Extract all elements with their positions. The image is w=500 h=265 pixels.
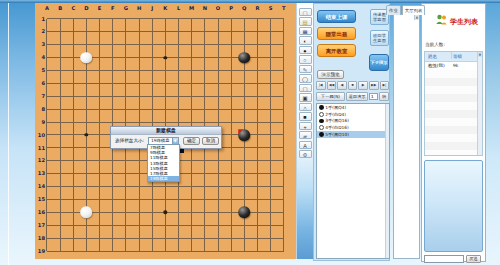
move-list-item[interactable]: 4手(白D16) <box>317 124 389 131</box>
intersection-L6[interactable] <box>172 77 185 90</box>
intersection-K17[interactable] <box>159 219 172 232</box>
intersection-P4[interactable] <box>225 51 238 64</box>
circle-mark-icon[interactable]: ◯ <box>299 74 312 82</box>
intersection-M13[interactable] <box>185 167 198 180</box>
intersection-B18[interactable] <box>54 232 67 245</box>
chevron-down-icon[interactable]: ▼ <box>172 138 179 144</box>
intersection-G4[interactable] <box>119 51 132 64</box>
move-list-item[interactable]: 1手(黑Q4) <box>317 104 389 111</box>
intersection-F16[interactable] <box>106 206 119 219</box>
intersection-Q13[interactable] <box>238 167 251 180</box>
intersection-E5[interactable] <box>93 64 106 77</box>
intersection-T5[interactable] <box>277 64 290 77</box>
intersection-M4[interactable] <box>185 51 198 64</box>
intersection-O15[interactable] <box>211 193 224 206</box>
gear-icon[interactable]: ⚙ <box>299 150 312 158</box>
intersection-R10[interactable] <box>251 129 264 142</box>
intersection-G17[interactable] <box>119 219 132 232</box>
open-folder-icon[interactable]: ▤ <box>299 17 312 25</box>
intersection-R6[interactable] <box>251 77 264 90</box>
intersection-P8[interactable] <box>225 103 238 116</box>
white-stone-icon[interactable]: ○ <box>299 55 312 63</box>
intersection-O13[interactable] <box>211 167 224 180</box>
intersection-L15[interactable] <box>172 193 185 206</box>
intersection-B16[interactable] <box>54 206 67 219</box>
intersection-H1[interactable] <box>132 13 145 26</box>
intersection-R16[interactable] <box>251 206 264 219</box>
intersection-E4[interactable] <box>93 51 106 64</box>
intersection-A6[interactable] <box>40 77 53 90</box>
intersection-O18[interactable] <box>211 232 224 245</box>
intersection-P10[interactable] <box>225 129 238 142</box>
intersection-Q14[interactable] <box>238 180 251 193</box>
intersection-E10[interactable] <box>93 129 106 142</box>
board-size-option[interactable]: 19路棋盘 <box>148 176 179 181</box>
intersection-F18[interactable] <box>106 232 119 245</box>
intersection-R5[interactable] <box>251 64 264 77</box>
intersection-O14[interactable] <box>211 180 224 193</box>
intersection-D7[interactable] <box>80 90 93 103</box>
intersection-J18[interactable] <box>146 232 159 245</box>
intersection-K5[interactable] <box>159 64 172 77</box>
intersection-N5[interactable] <box>198 64 211 77</box>
intersection-L8[interactable] <box>172 103 185 116</box>
black-stone-Q16[interactable] <box>239 207 251 219</box>
intersection-R1[interactable] <box>251 13 264 26</box>
intersection-K2[interactable] <box>159 25 172 38</box>
intersection-J4[interactable] <box>146 51 159 64</box>
intersection-M12[interactable] <box>185 154 198 167</box>
intersection-S9[interactable] <box>264 116 277 129</box>
intersection-C11[interactable] <box>67 141 80 154</box>
intersection-N15[interactable] <box>198 193 211 206</box>
intersection-M19[interactable] <box>185 245 198 258</box>
intersection-C12[interactable] <box>67 154 80 167</box>
intersection-P16[interactable] <box>225 206 238 219</box>
intersection-A11[interactable] <box>40 141 53 154</box>
intersection-E14[interactable] <box>93 180 106 193</box>
scroll-up-icon[interactable]: ▲ <box>414 15 419 20</box>
intersection-E6[interactable] <box>93 77 106 90</box>
intersection-P12[interactable] <box>225 154 238 167</box>
intersection-S13[interactable] <box>264 167 277 180</box>
intersection-A14[interactable] <box>40 180 53 193</box>
intersection-A19[interactable] <box>40 245 53 258</box>
move-list-item[interactable]: 3手(黑Q16) <box>317 118 389 125</box>
intersection-O2[interactable] <box>211 25 224 38</box>
intersection-T1[interactable] <box>277 13 290 26</box>
intersection-G2[interactable] <box>119 25 132 38</box>
intersection-F19[interactable] <box>106 245 119 258</box>
intersection-D1[interactable] <box>80 13 93 26</box>
intersection-B17[interactable] <box>54 219 67 232</box>
intersection-B4[interactable] <box>54 51 67 64</box>
next-problem-button[interactable]: 下一题(N) <box>316 92 345 101</box>
intersection-B8[interactable] <box>54 103 67 116</box>
dashed-square-icon[interactable]: ▢ <box>299 84 312 92</box>
intersection-Q5[interactable] <box>238 64 251 77</box>
intersection-H4[interactable] <box>132 51 145 64</box>
intersection-D16[interactable] <box>80 206 93 219</box>
intersection-H12[interactable] <box>132 154 145 167</box>
intersection-T4[interactable] <box>277 51 290 64</box>
intersection-L4[interactable] <box>172 51 185 64</box>
intersection-F14[interactable] <box>106 180 119 193</box>
intersection-S5[interactable] <box>264 64 277 77</box>
intersection-E3[interactable] <box>93 38 106 51</box>
intersection-T6[interactable] <box>277 77 290 90</box>
intersection-S14[interactable] <box>264 180 277 193</box>
intersection-A3[interactable] <box>40 38 53 51</box>
intersection-F6[interactable] <box>106 77 119 90</box>
stop-button[interactable]: ■ <box>348 81 358 90</box>
intersection-L1[interactable] <box>172 13 185 26</box>
intersection-R3[interactable] <box>251 38 264 51</box>
intersection-C10[interactable] <box>67 129 80 142</box>
intersection-K19[interactable] <box>159 245 172 258</box>
intersection-E11[interactable] <box>93 141 106 154</box>
intersection-Q8[interactable] <box>238 103 251 116</box>
intersection-C19[interactable] <box>67 245 80 258</box>
intersection-G16[interactable] <box>119 206 132 219</box>
intersection-F17[interactable] <box>106 219 119 232</box>
intersection-R8[interactable] <box>251 103 264 116</box>
intersection-T9[interactable] <box>277 116 290 129</box>
intersection-P19[interactable] <box>225 245 238 258</box>
intersection-S18[interactable] <box>264 232 277 245</box>
intersection-S10[interactable] <box>264 129 277 142</box>
intersection-C18[interactable] <box>67 232 80 245</box>
intersection-H15[interactable] <box>132 193 145 206</box>
first-move-button[interactable]: |◀ <box>316 81 326 90</box>
intersection-P15[interactable] <box>225 193 238 206</box>
intersection-M2[interactable] <box>185 25 198 38</box>
intersection-A4[interactable] <box>40 51 53 64</box>
intersection-F1[interactable] <box>106 13 119 26</box>
intersection-E19[interactable] <box>93 245 106 258</box>
intersection-B12[interactable] <box>54 154 67 167</box>
intersection-A7[interactable] <box>40 90 53 103</box>
intersection-M17[interactable] <box>185 219 198 232</box>
intersection-Q2[interactable] <box>238 25 251 38</box>
intersection-P2[interactable] <box>225 25 238 38</box>
intersection-K8[interactable] <box>159 103 172 116</box>
intersection-A1[interactable] <box>40 13 53 26</box>
new-file-icon[interactable]: ▢ <box>299 8 312 16</box>
intersection-C9[interactable] <box>67 116 80 129</box>
intersection-G7[interactable] <box>119 90 132 103</box>
move-list-item[interactable]: 5手(黑Q10) <box>317 131 389 138</box>
intersection-Q10[interactable] <box>238 129 251 142</box>
intersection-T2[interactable] <box>277 25 290 38</box>
intersection-F15[interactable] <box>106 193 119 206</box>
intersection-G19[interactable] <box>119 245 132 258</box>
intersection-C5[interactable] <box>67 64 80 77</box>
intersection-S7[interactable] <box>264 90 277 103</box>
intersection-J1[interactable] <box>146 13 159 26</box>
intersection-P13[interactable] <box>225 167 238 180</box>
intersection-M8[interactable] <box>185 103 198 116</box>
intersection-E17[interactable] <box>93 219 106 232</box>
white-stone-D16[interactable] <box>81 207 93 219</box>
intersection-F5[interactable] <box>106 64 119 77</box>
intersection-S3[interactable] <box>264 38 277 51</box>
intersection-B3[interactable] <box>54 38 67 51</box>
intersection-D3[interactable] <box>80 38 93 51</box>
intersection-N1[interactable] <box>198 13 211 26</box>
intersection-C3[interactable] <box>67 38 80 51</box>
intersection-T14[interactable] <box>277 180 290 193</box>
intersection-A8[interactable] <box>40 103 53 116</box>
intersection-N8[interactable] <box>198 103 211 116</box>
intersection-N2[interactable] <box>198 25 211 38</box>
move-list[interactable]: 1手(黑Q4)2手(白D4)3手(黑Q16)4手(白D16)5手(黑Q10) <box>316 103 390 259</box>
demo-preview-button[interactable]: 演示预览 <box>317 70 344 79</box>
intersection-O4[interactable] <box>211 51 224 64</box>
intersection-B5[interactable] <box>54 64 67 77</box>
hall-list[interactable]: ▲ <box>393 14 420 259</box>
last-move-button[interactable]: ▶| <box>380 81 390 90</box>
intersection-N4[interactable] <box>198 51 211 64</box>
intersection-P9[interactable] <box>225 116 238 129</box>
intersection-N19[interactable] <box>198 245 211 258</box>
intersection-M5[interactable] <box>185 64 198 77</box>
intersection-F13[interactable] <box>106 167 119 180</box>
intersection-C8[interactable] <box>67 103 80 116</box>
intersection-N18[interactable] <box>198 232 211 245</box>
intersection-P3[interactable] <box>225 38 238 51</box>
intersection-P11[interactable] <box>225 141 238 154</box>
back-10-button[interactable]: ◀◀ <box>327 81 337 90</box>
intersection-S12[interactable] <box>264 154 277 167</box>
intersection-Q15[interactable] <box>238 193 251 206</box>
intersection-N7[interactable] <box>198 90 211 103</box>
intersection-C16[interactable] <box>67 206 80 219</box>
intersection-L2[interactable] <box>172 25 185 38</box>
intersection-J16[interactable] <box>146 206 159 219</box>
intersection-T8[interactable] <box>277 103 290 116</box>
chat-input[interactable] <box>424 255 464 263</box>
intersection-Q17[interactable] <box>238 219 251 232</box>
intersection-N16[interactable] <box>198 206 211 219</box>
intersection-D17[interactable] <box>80 219 93 232</box>
intersection-D10[interactable] <box>80 129 93 142</box>
intersection-R2[interactable] <box>251 25 264 38</box>
cancel-button[interactable]: 取消 <box>202 137 219 145</box>
intersection-G1[interactable] <box>119 13 132 26</box>
intersection-B14[interactable] <box>54 180 67 193</box>
intersection-J2[interactable] <box>146 25 159 38</box>
intersection-L5[interactable] <box>172 64 185 77</box>
eraser-icon[interactable]: ▰ <box>299 131 312 139</box>
intersection-J6[interactable] <box>146 77 159 90</box>
intersection-N17[interactable] <box>198 219 211 232</box>
intersection-H17[interactable] <box>132 219 145 232</box>
intersection-A13[interactable] <box>40 167 53 180</box>
intersection-N14[interactable] <box>198 180 211 193</box>
intersection-K1[interactable] <box>159 13 172 26</box>
intersection-O1[interactable] <box>211 13 224 26</box>
intersection-N12[interactable] <box>198 154 211 167</box>
intersection-L3[interactable] <box>172 38 185 51</box>
intersection-T10[interactable] <box>277 129 290 142</box>
intersection-H6[interactable] <box>132 77 145 90</box>
intersection-F8[interactable] <box>106 103 119 116</box>
cross-mark-icon[interactable]: + <box>299 122 312 130</box>
intersection-P6[interactable] <box>225 77 238 90</box>
intersection-L18[interactable] <box>172 232 185 245</box>
intersection-E7[interactable] <box>93 90 106 103</box>
intersection-E8[interactable] <box>93 103 106 116</box>
intersection-D8[interactable] <box>80 103 93 116</box>
intersection-J17[interactable] <box>146 219 159 232</box>
alternate-stone-icon[interactable]: ◐ <box>299 36 312 44</box>
intersection-D14[interactable] <box>80 180 93 193</box>
intersection-P1[interactable] <box>225 13 238 26</box>
intersection-T16[interactable] <box>277 206 290 219</box>
intersection-O7[interactable] <box>211 90 224 103</box>
intersection-R17[interactable] <box>251 219 264 232</box>
intersection-M7[interactable] <box>185 90 198 103</box>
intersection-M6[interactable] <box>185 77 198 90</box>
intersection-R14[interactable] <box>251 180 264 193</box>
intersection-D15[interactable] <box>80 193 93 206</box>
leave-classroom-button[interactable]: 离开教室 <box>317 44 356 57</box>
intersection-N6[interactable] <box>198 77 211 90</box>
intersection-D4[interactable] <box>80 51 93 64</box>
intersection-A2[interactable] <box>40 25 53 38</box>
intersection-O6[interactable] <box>211 77 224 90</box>
intersection-O16[interactable] <box>211 206 224 219</box>
intersection-T11[interactable] <box>277 141 290 154</box>
intersection-A9[interactable] <box>40 116 53 129</box>
intersection-L16[interactable] <box>172 206 185 219</box>
intersection-D11[interactable] <box>80 141 93 154</box>
intersection-O17[interactable] <box>211 219 224 232</box>
intersection-G8[interactable] <box>119 103 132 116</box>
intersection-Q4[interactable] <box>238 51 251 64</box>
intersection-K7[interactable] <box>159 90 172 103</box>
intersection-F3[interactable] <box>106 38 119 51</box>
intersection-E12[interactable] <box>93 154 106 167</box>
intersection-B7[interactable] <box>54 90 67 103</box>
tab-homework[interactable]: 作业 <box>386 5 401 15</box>
intersection-D9[interactable] <box>80 116 93 129</box>
intersection-K6[interactable] <box>159 77 172 90</box>
intersection-T19[interactable] <box>277 245 290 258</box>
intersection-J15[interactable] <box>146 193 159 206</box>
intersection-T12[interactable] <box>277 154 290 167</box>
forward-1-button[interactable]: ▶ <box>358 81 368 90</box>
board-size-dropdown-list[interactable]: 7路棋盘9路棋盘11路棋盘13路棋盘15路棋盘17路棋盘19路棋盘 <box>147 144 180 182</box>
intersection-Q9[interactable] <box>238 116 251 129</box>
end-class-button[interactable]: 结束上课 <box>317 10 356 23</box>
intersection-H14[interactable] <box>132 180 145 193</box>
intersection-A10[interactable] <box>40 129 53 142</box>
intersection-Q18[interactable] <box>238 232 251 245</box>
intersection-S19[interactable] <box>264 245 277 258</box>
intersection-A18[interactable] <box>40 232 53 245</box>
intersection-H3[interactable] <box>132 38 145 51</box>
intersection-M16[interactable] <box>185 206 198 219</box>
intersection-P18[interactable] <box>225 232 238 245</box>
intersection-K16[interactable] <box>159 206 172 219</box>
intersection-H8[interactable] <box>132 103 145 116</box>
intersection-C15[interactable] <box>67 193 80 206</box>
send-button[interactable]: 发送 <box>466 255 481 263</box>
tab-hall-list[interactable]: 大厅列表 <box>402 5 426 15</box>
intersection-S4[interactable] <box>264 51 277 64</box>
student-row[interactable]: 教练(我) 9k <box>425 62 482 70</box>
ok-button[interactable]: 确定 <box>183 137 200 145</box>
intersection-D12[interactable] <box>80 154 93 167</box>
assign-exercise-button[interactable]: 随堂出题 <box>317 27 356 40</box>
intersection-K15[interactable] <box>159 193 172 206</box>
intersection-B13[interactable] <box>54 167 67 180</box>
black-stone-Q4[interactable] <box>239 52 251 64</box>
intersection-M14[interactable] <box>185 180 198 193</box>
intersection-S2[interactable] <box>264 25 277 38</box>
move-number-input[interactable] <box>369 93 378 100</box>
filled-square-icon[interactable]: ■ <box>299 112 312 120</box>
intersection-J8[interactable] <box>146 103 159 116</box>
intersection-O3[interactable] <box>211 38 224 51</box>
forward-10-button[interactable]: ▶▶ <box>369 81 379 90</box>
intersection-F4[interactable] <box>106 51 119 64</box>
intersection-P17[interactable] <box>225 219 238 232</box>
intersection-L17[interactable] <box>172 219 185 232</box>
intersection-H7[interactable] <box>132 90 145 103</box>
intersection-Q12[interactable] <box>238 154 251 167</box>
intersection-Q7[interactable] <box>238 90 251 103</box>
intersection-J3[interactable] <box>146 38 159 51</box>
intersection-R11[interactable] <box>251 141 264 154</box>
intersection-E16[interactable] <box>93 206 106 219</box>
move-list-item[interactable]: 2手(白D4) <box>317 111 389 118</box>
intersection-H18[interactable] <box>132 232 145 245</box>
intersection-H5[interactable] <box>132 64 145 77</box>
intersection-C1[interactable] <box>67 13 80 26</box>
intersection-B11[interactable] <box>54 141 67 154</box>
intersection-M1[interactable] <box>185 13 198 26</box>
intersection-Q11[interactable] <box>238 141 251 154</box>
intersection-B2[interactable] <box>54 25 67 38</box>
intersection-A17[interactable] <box>40 219 53 232</box>
intersection-L7[interactable] <box>172 90 185 103</box>
intersection-P14[interactable] <box>225 180 238 193</box>
intersection-P7[interactable] <box>225 90 238 103</box>
intersection-R9[interactable] <box>251 116 264 129</box>
intersection-J5[interactable] <box>146 64 159 77</box>
intersection-T17[interactable] <box>277 219 290 232</box>
intersection-D13[interactable] <box>80 167 93 180</box>
intersection-S11[interactable] <box>264 141 277 154</box>
intersection-G6[interactable] <box>119 77 132 90</box>
intersection-B19[interactable] <box>54 245 67 258</box>
intersection-D18[interactable] <box>80 232 93 245</box>
intersection-B10[interactable] <box>54 129 67 142</box>
intersection-R15[interactable] <box>251 193 264 206</box>
return-demo-button[interactable]: 返回演示 <box>346 92 368 101</box>
intersection-F7[interactable] <box>106 90 119 103</box>
intersection-C13[interactable] <box>67 167 80 180</box>
pencil-icon[interactable]: ✎ <box>299 65 312 73</box>
intersection-E2[interactable] <box>93 25 106 38</box>
intersection-C6[interactable] <box>67 77 80 90</box>
intersection-A16[interactable] <box>40 206 53 219</box>
intersection-K3[interactable] <box>159 38 172 51</box>
intersection-A5[interactable] <box>40 64 53 77</box>
